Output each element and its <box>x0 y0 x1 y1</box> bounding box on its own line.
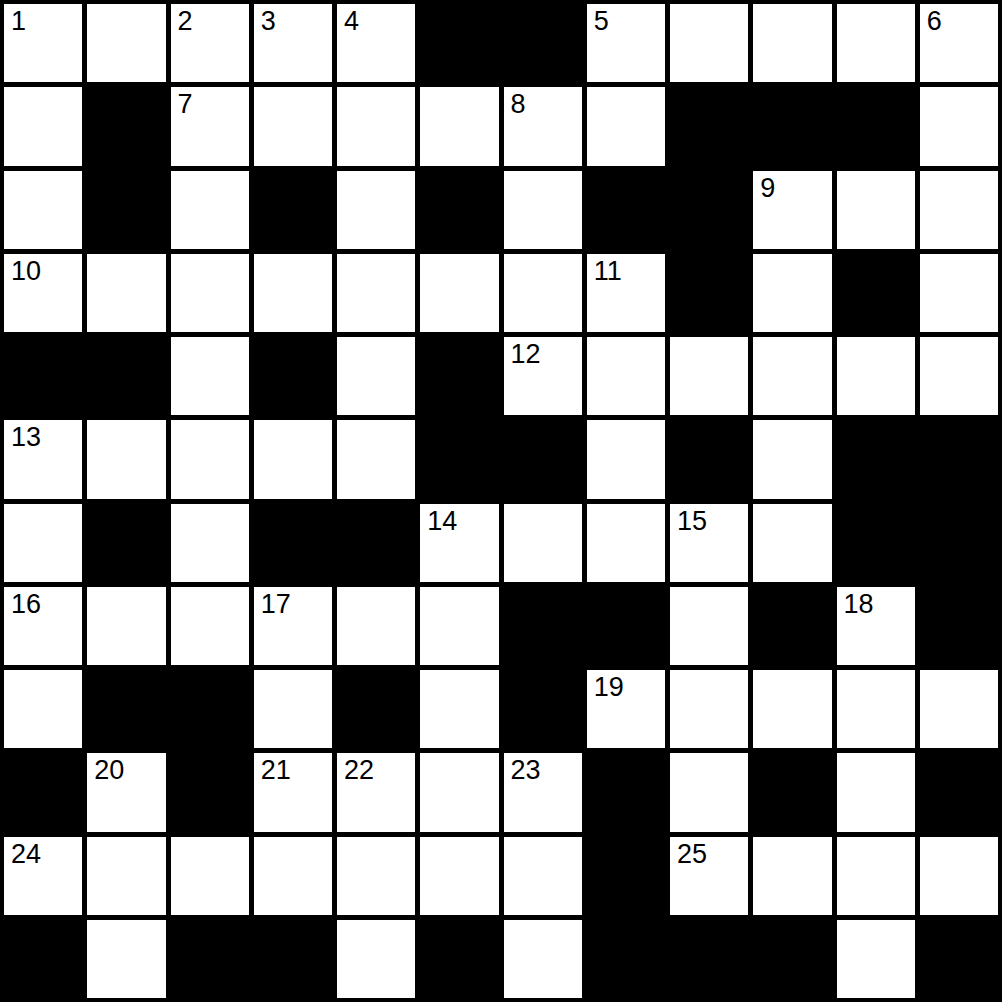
block-cell <box>87 670 165 748</box>
letter-cell[interactable]: 6 <box>920 4 998 82</box>
clue-number: 23 <box>511 754 541 786</box>
block-cell <box>753 920 831 998</box>
letter-cell[interactable] <box>920 171 998 249</box>
letter-cell[interactable] <box>504 254 582 332</box>
block-cell <box>4 753 82 831</box>
clue-number: 2 <box>178 5 193 37</box>
block-cell <box>504 670 582 748</box>
letter-cell[interactable]: 12 <box>504 337 582 415</box>
letter-cell[interactable] <box>504 504 582 582</box>
letter-cell[interactable] <box>504 920 582 998</box>
block-cell <box>837 504 915 582</box>
clue-number: 22 <box>344 754 374 786</box>
clue-number: 12 <box>511 338 541 370</box>
letter-cell[interactable] <box>753 4 831 82</box>
block-cell <box>920 587 998 665</box>
letter-cell[interactable]: 4 <box>337 4 415 82</box>
clue-number: 1 <box>11 5 26 37</box>
block-cell <box>87 337 165 415</box>
letter-cell[interactable] <box>171 587 249 665</box>
block-cell <box>504 587 582 665</box>
letter-cell[interactable] <box>87 837 165 915</box>
clue-number: 16 <box>11 588 41 620</box>
letter-cell[interactable]: 18 <box>837 587 915 665</box>
letter-cell[interactable] <box>504 837 582 915</box>
clue-number: 20 <box>94 754 124 786</box>
letter-cell[interactable]: 1 <box>4 4 82 82</box>
letter-cell[interactable] <box>920 670 998 748</box>
clue-number: 11 <box>594 255 622 287</box>
block-cell <box>920 504 998 582</box>
block-cell <box>337 670 415 748</box>
clue-number: 9 <box>760 172 775 204</box>
letter-cell[interactable] <box>420 753 498 831</box>
letter-cell[interactable]: 22 <box>337 753 415 831</box>
block-cell <box>254 337 332 415</box>
letter-cell[interactable] <box>4 504 82 582</box>
letter-cell[interactable] <box>420 837 498 915</box>
letter-cell[interactable] <box>87 420 165 498</box>
clue-number: 19 <box>594 671 624 703</box>
block-cell <box>587 587 665 665</box>
block-cell <box>504 420 582 498</box>
letter-cell[interactable]: 14 <box>420 504 498 582</box>
letter-cell[interactable] <box>920 87 998 165</box>
letter-cell[interactable]: 5 <box>587 4 665 82</box>
block-cell <box>587 753 665 831</box>
block-cell <box>670 171 748 249</box>
letter-cell[interactable]: 25 <box>670 837 748 915</box>
letter-cell[interactable]: 17 <box>254 587 332 665</box>
letter-cell[interactable]: 10 <box>4 254 82 332</box>
block-cell <box>171 670 249 748</box>
letter-cell[interactable]: 15 <box>670 504 748 582</box>
block-cell <box>753 587 831 665</box>
letter-cell[interactable] <box>837 4 915 82</box>
letter-cell[interactable]: 7 <box>171 87 249 165</box>
letter-cell[interactable] <box>837 837 915 915</box>
clue-number: 6 <box>927 5 942 37</box>
letter-cell[interactable]: 13 <box>4 420 82 498</box>
block-cell <box>837 254 915 332</box>
block-cell <box>420 920 498 998</box>
clue-number: 13 <box>11 421 41 453</box>
letter-cell[interactable] <box>171 504 249 582</box>
letter-cell[interactable] <box>171 420 249 498</box>
block-cell <box>587 171 665 249</box>
letter-cell[interactable] <box>337 171 415 249</box>
letter-cell[interactable] <box>87 4 165 82</box>
letter-cell[interactable] <box>837 920 915 998</box>
block-cell <box>4 920 82 998</box>
letter-cell[interactable] <box>837 171 915 249</box>
letter-cell[interactable] <box>87 254 165 332</box>
letter-cell[interactable] <box>337 87 415 165</box>
letter-cell[interactable] <box>337 337 415 415</box>
letter-cell[interactable] <box>4 171 82 249</box>
letter-cell[interactable] <box>670 587 748 665</box>
block-cell <box>670 420 748 498</box>
block-cell <box>171 920 249 998</box>
letter-cell[interactable] <box>753 420 831 498</box>
letter-cell[interactable] <box>87 920 165 998</box>
letter-cell[interactable] <box>670 337 748 415</box>
block-cell <box>670 920 748 998</box>
block-cell <box>753 753 831 831</box>
letter-cell[interactable] <box>753 670 831 748</box>
clue-number: 8 <box>511 88 526 120</box>
clue-number: 17 <box>261 588 291 620</box>
block-cell <box>504 4 582 82</box>
letter-cell[interactable] <box>837 337 915 415</box>
block-cell <box>587 920 665 998</box>
letter-cell[interactable] <box>920 837 998 915</box>
letter-cell[interactable] <box>337 420 415 498</box>
letter-cell[interactable] <box>420 670 498 748</box>
letter-cell[interactable] <box>587 87 665 165</box>
crossword-grid: 1234567891011121314151617181920212223242… <box>0 0 1002 1002</box>
letter-cell[interactable] <box>420 587 498 665</box>
letter-cell[interactable] <box>753 254 831 332</box>
letter-cell[interactable] <box>420 254 498 332</box>
block-cell <box>420 337 498 415</box>
clue-number: 10 <box>11 255 41 287</box>
letter-cell[interactable] <box>587 337 665 415</box>
letter-cell[interactable] <box>254 420 332 498</box>
letter-cell[interactable]: 19 <box>587 670 665 748</box>
clue-number: 3 <box>261 5 276 37</box>
block-cell <box>337 504 415 582</box>
letter-cell[interactable] <box>171 171 249 249</box>
letter-cell[interactable] <box>504 171 582 249</box>
block-cell <box>420 171 498 249</box>
letter-cell[interactable] <box>254 254 332 332</box>
letter-cell[interactable] <box>254 87 332 165</box>
letter-cell[interactable] <box>837 670 915 748</box>
block-cell <box>171 753 249 831</box>
letter-cell[interactable] <box>4 670 82 748</box>
letter-cell[interactable] <box>171 837 249 915</box>
letter-cell[interactable]: 16 <box>4 587 82 665</box>
letter-cell[interactable] <box>587 504 665 582</box>
letter-cell[interactable]: 3 <box>254 4 332 82</box>
block-cell <box>254 504 332 582</box>
letter-cell[interactable]: 11 <box>587 254 665 332</box>
clue-number: 7 <box>178 88 193 120</box>
block-cell <box>87 171 165 249</box>
letter-cell[interactable]: 8 <box>504 87 582 165</box>
clue-number: 14 <box>427 505 457 537</box>
clue-number: 24 <box>11 838 41 870</box>
letter-cell[interactable]: 20 <box>87 753 165 831</box>
letter-cell[interactable] <box>670 753 748 831</box>
letter-cell[interactable] <box>920 254 998 332</box>
letter-cell[interactable] <box>753 837 831 915</box>
letter-cell[interactable] <box>920 337 998 415</box>
block-cell <box>837 420 915 498</box>
block-cell <box>837 87 915 165</box>
letter-cell[interactable] <box>420 87 498 165</box>
letter-cell[interactable]: 21 <box>254 753 332 831</box>
block-cell <box>670 87 748 165</box>
letter-cell[interactable] <box>753 337 831 415</box>
clue-number: 21 <box>261 754 291 786</box>
letter-cell[interactable] <box>337 587 415 665</box>
block-cell <box>87 504 165 582</box>
letter-cell[interactable] <box>4 87 82 165</box>
letter-cell[interactable] <box>171 254 249 332</box>
letter-cell[interactable]: 23 <box>504 753 582 831</box>
letter-cell[interactable] <box>587 420 665 498</box>
letter-cell[interactable] <box>254 837 332 915</box>
clue-number: 25 <box>677 838 707 870</box>
letter-cell[interactable] <box>670 670 748 748</box>
clue-number: 18 <box>844 588 874 620</box>
block-cell <box>920 420 998 498</box>
block-cell <box>254 171 332 249</box>
letter-cell[interactable] <box>670 4 748 82</box>
letter-cell[interactable] <box>753 504 831 582</box>
block-cell <box>587 837 665 915</box>
letter-cell[interactable]: 9 <box>753 171 831 249</box>
block-cell <box>753 87 831 165</box>
clue-number: 5 <box>594 5 609 37</box>
letter-cell[interactable] <box>837 753 915 831</box>
letter-cell[interactable]: 24 <box>4 837 82 915</box>
clue-number: 15 <box>677 505 707 537</box>
letter-cell[interactable] <box>254 670 332 748</box>
block-cell <box>4 337 82 415</box>
block-cell <box>420 4 498 82</box>
block-cell <box>254 920 332 998</box>
clue-number: 4 <box>344 5 359 37</box>
letter-cell[interactable] <box>337 254 415 332</box>
block-cell <box>920 920 998 998</box>
block-cell <box>920 753 998 831</box>
block-cell <box>670 254 748 332</box>
letter-cell[interactable]: 2 <box>171 4 249 82</box>
block-cell <box>87 87 165 165</box>
letter-cell[interactable] <box>87 587 165 665</box>
letter-cell[interactable] <box>171 337 249 415</box>
block-cell <box>420 420 498 498</box>
letter-cell[interactable] <box>337 837 415 915</box>
letter-cell[interactable] <box>337 920 415 998</box>
